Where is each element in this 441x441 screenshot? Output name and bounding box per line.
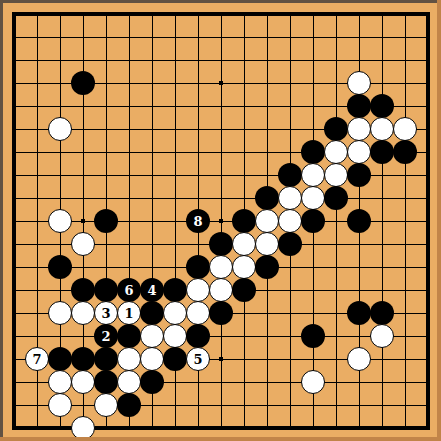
white-stone[interactable] — [71, 370, 95, 394]
black-stone[interactable] — [324, 186, 348, 210]
white-stone[interactable] — [347, 347, 371, 371]
white-stone[interactable] — [347, 117, 371, 141]
white-stone[interactable] — [347, 140, 371, 164]
white-stone[interactable] — [186, 278, 210, 302]
white-stone[interactable] — [232, 255, 256, 279]
black-stone[interactable] — [94, 370, 118, 394]
black-stone[interactable] — [255, 255, 279, 279]
white-stone[interactable] — [48, 370, 72, 394]
white-stone[interactable] — [140, 347, 164, 371]
black-stone[interactable] — [186, 324, 210, 348]
black-stone[interactable] — [117, 324, 141, 348]
white-stone-move-1[interactable]: 1 — [117, 301, 141, 325]
black-stone[interactable] — [163, 347, 187, 371]
black-stone[interactable] — [209, 232, 233, 256]
black-stone[interactable] — [94, 347, 118, 371]
black-stone-move-8[interactable]: 8 — [186, 209, 210, 233]
white-stone[interactable] — [209, 255, 233, 279]
white-stone[interactable] — [163, 301, 187, 325]
black-stone[interactable] — [393, 140, 417, 164]
star-point — [219, 357, 223, 361]
white-stone[interactable] — [301, 370, 325, 394]
black-stone[interactable] — [278, 232, 302, 256]
white-stone[interactable] — [163, 324, 187, 348]
white-stone[interactable] — [94, 393, 118, 417]
black-stone[interactable] — [71, 347, 95, 371]
white-stone-move-5[interactable]: 5 — [186, 347, 210, 371]
black-stone[interactable] — [255, 186, 279, 210]
board-bevel-right — [437, 0, 441, 441]
black-stone[interactable] — [232, 278, 256, 302]
black-stone[interactable] — [347, 301, 371, 325]
black-stone-move-6[interactable]: 6 — [117, 278, 141, 302]
black-stone[interactable] — [117, 393, 141, 417]
black-stone[interactable] — [301, 140, 325, 164]
black-stone[interactable] — [370, 301, 394, 325]
board-bevel-left — [0, 0, 3, 441]
white-stone-move-3[interactable]: 3 — [94, 301, 118, 325]
black-stone[interactable] — [48, 255, 72, 279]
black-stone[interactable] — [94, 209, 118, 233]
go-board: 86431275 — [0, 0, 441, 441]
star-point — [81, 219, 85, 223]
black-stone[interactable] — [370, 140, 394, 164]
black-stone[interactable] — [370, 94, 394, 118]
black-stone[interactable] — [278, 163, 302, 187]
star-point — [219, 81, 223, 85]
white-stone[interactable] — [48, 393, 72, 417]
white-stone[interactable] — [71, 232, 95, 256]
star-point — [219, 219, 223, 223]
white-stone[interactable] — [255, 209, 279, 233]
white-stone[interactable] — [48, 209, 72, 233]
white-stone[interactable] — [71, 301, 95, 325]
black-stone[interactable] — [71, 71, 95, 95]
white-stone[interactable] — [48, 117, 72, 141]
black-stone-move-2[interactable]: 2 — [94, 324, 118, 348]
black-stone[interactable] — [347, 163, 371, 187]
white-stone[interactable] — [370, 117, 394, 141]
white-stone[interactable] — [393, 117, 417, 141]
black-stone[interactable] — [140, 301, 164, 325]
white-stone[interactable] — [347, 71, 371, 95]
white-stone[interactable] — [278, 209, 302, 233]
white-stone[interactable] — [48, 301, 72, 325]
black-stone-move-4[interactable]: 4 — [140, 278, 164, 302]
white-stone[interactable] — [324, 163, 348, 187]
black-stone[interactable] — [347, 209, 371, 233]
black-stone[interactable] — [301, 324, 325, 348]
white-stone[interactable] — [301, 163, 325, 187]
black-stone[interactable] — [48, 347, 72, 371]
white-stone[interactable] — [209, 278, 233, 302]
white-stone[interactable] — [301, 186, 325, 210]
white-stone[interactable] — [232, 232, 256, 256]
white-stone-move-7[interactable]: 7 — [25, 347, 49, 371]
black-stone[interactable] — [347, 94, 371, 118]
black-stone[interactable] — [324, 117, 348, 141]
white-stone[interactable] — [255, 232, 279, 256]
black-stone[interactable] — [163, 278, 187, 302]
board-bevel-bottom — [0, 437, 441, 441]
black-stone[interactable] — [232, 209, 256, 233]
black-stone[interactable] — [94, 278, 118, 302]
white-stone[interactable] — [117, 347, 141, 371]
white-stone[interactable] — [324, 140, 348, 164]
white-stone[interactable] — [140, 324, 164, 348]
white-stone[interactable] — [117, 370, 141, 394]
white-stone[interactable] — [186, 301, 210, 325]
white-stone[interactable] — [370, 324, 394, 348]
black-stone[interactable] — [186, 255, 210, 279]
black-stone[interactable] — [71, 278, 95, 302]
white-stone[interactable] — [278, 186, 302, 210]
black-stone[interactable] — [301, 209, 325, 233]
board-bevel-top — [0, 0, 441, 3]
black-stone[interactable] — [209, 301, 233, 325]
black-stone[interactable] — [140, 370, 164, 394]
